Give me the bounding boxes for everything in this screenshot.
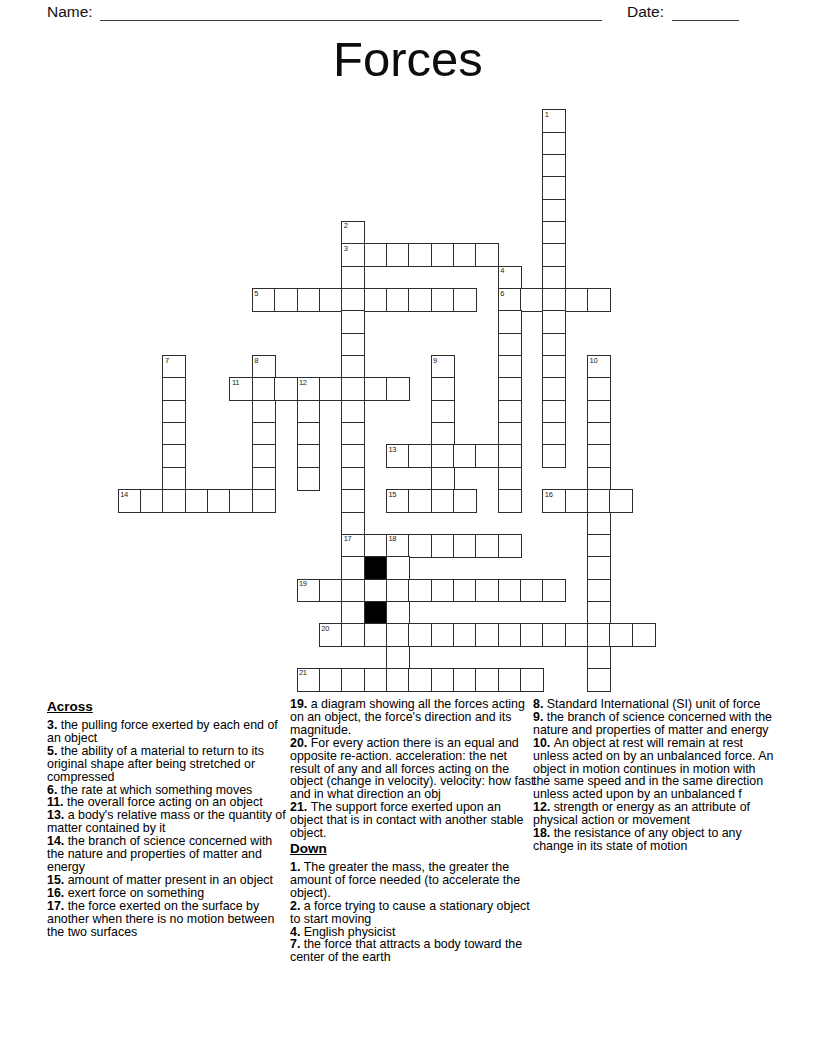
grid-cell[interactable] (498, 333, 522, 357)
grid-cell[interactable] (341, 512, 365, 536)
grid-cell[interactable] (587, 601, 611, 625)
clue-number: 11 (232, 379, 239, 387)
clue-18-down: 18. the resistance of any object to any … (533, 827, 775, 853)
grid-cell[interactable] (587, 646, 611, 670)
grid-cell[interactable] (542, 266, 566, 290)
grid-cell[interactable] (408, 623, 432, 647)
grid-cell[interactable] (341, 333, 365, 357)
grid-cell[interactable] (542, 310, 566, 334)
grid-cell[interactable] (587, 668, 611, 692)
grid-cell[interactable] (453, 623, 477, 647)
grid-cell[interactable]: 18 (386, 534, 410, 558)
clue-number: 9 (433, 357, 437, 365)
grid-cell[interactable] (498, 534, 522, 558)
clue-number: 10 (590, 357, 598, 365)
clue-column: 19. a diagram showing all the forces act… (290, 698, 536, 964)
clue-number: 2 (344, 222, 348, 230)
grid-cell[interactable] (319, 668, 343, 692)
grid-cell[interactable] (364, 377, 388, 401)
grid-cell[interactable] (475, 623, 499, 647)
grid-cell[interactable] (207, 489, 231, 513)
grid-cell[interactable] (431, 288, 455, 312)
grid-cell[interactable] (274, 288, 298, 312)
clue-number: 21 (299, 669, 307, 677)
black-cell (364, 556, 388, 580)
clue-12-down: 12. strength or energy as an attribute o… (533, 801, 775, 827)
clue-number-label: 21. (290, 800, 311, 814)
grid-cell[interactable] (341, 579, 365, 603)
clue-number-label: 13. (47, 808, 68, 822)
grid-cell[interactable] (341, 467, 365, 491)
grid-cell[interactable] (498, 623, 522, 647)
grid-cell[interactable] (587, 422, 611, 446)
grid-cell[interactable] (542, 199, 566, 223)
grid-cell[interactable] (252, 444, 276, 468)
grid-cell[interactable] (386, 579, 410, 603)
grid-cell[interactable] (431, 400, 455, 424)
grid-cell[interactable] (520, 668, 544, 692)
grid-cell[interactable] (431, 467, 455, 491)
grid-cell[interactable] (252, 400, 276, 424)
grid-cell[interactable] (587, 377, 611, 401)
grid-cell[interactable] (341, 444, 365, 468)
grid-cell[interactable] (297, 400, 321, 424)
grid-cell[interactable] (319, 377, 343, 401)
down-header: Down (290, 841, 536, 856)
grid-cell[interactable] (297, 288, 321, 312)
clue-number: 13 (388, 446, 396, 454)
grid-cell[interactable] (587, 400, 611, 424)
clue-number-label: 19. (290, 697, 311, 711)
grid-cell[interactable] (386, 668, 410, 692)
grid-cell[interactable] (542, 400, 566, 424)
grid-cell[interactable] (386, 243, 410, 267)
grid-cell[interactable] (364, 534, 388, 558)
grid-cell[interactable] (341, 288, 365, 312)
grid-cell[interactable] (162, 400, 186, 424)
clue-2-down: 2. a force trying to cause a stationary … (290, 900, 536, 926)
clues-section: Across3. the pulling force exerted by ea… (0, 698, 816, 1038)
grid-cell[interactable]: 3 (341, 243, 365, 267)
grid-cell[interactable] (431, 668, 455, 692)
grid-cell[interactable] (498, 489, 522, 513)
grid-cell[interactable] (475, 668, 499, 692)
grid-cell[interactable] (520, 579, 544, 603)
clue-number: 5 (254, 290, 258, 298)
grid-cell[interactable] (162, 489, 186, 513)
grid-cell[interactable] (587, 623, 611, 647)
grid-cell[interactable]: 16 (542, 489, 566, 513)
grid-cell[interactable] (453, 444, 477, 468)
grid-cell[interactable] (587, 556, 611, 580)
clue-number: 8 (254, 357, 258, 365)
grid-cell[interactable] (587, 288, 611, 312)
across-header: Across (47, 699, 287, 714)
grid-cell[interactable]: 14 (118, 489, 142, 513)
clue-number: 15 (388, 491, 396, 499)
clue-number-label: 20. (290, 736, 311, 750)
clue-number-label: 17. (47, 899, 68, 913)
grid-cell[interactable] (341, 377, 365, 401)
black-cell (364, 601, 388, 625)
grid-cell[interactable] (453, 288, 477, 312)
clue-number-label: 12. (533, 800, 554, 814)
grid-cell[interactable]: 5 (252, 288, 276, 312)
grid-cell[interactable] (386, 377, 410, 401)
clue-17-across: 17. the force exerted on the surface by … (47, 900, 287, 939)
grid-cell[interactable] (498, 444, 522, 468)
grid-cell[interactable] (341, 400, 365, 424)
grid-cell[interactable] (453, 534, 477, 558)
grid-cell[interactable] (386, 623, 410, 647)
grid-cell[interactable]: 10 (587, 355, 611, 379)
grid-cell[interactable] (408, 534, 432, 558)
grid-cell[interactable] (408, 243, 432, 267)
grid-cell[interactable]: 12 (297, 377, 321, 401)
clue-number-label: 11. (47, 795, 67, 809)
clue-19-across: 19. a diagram showing all the forces act… (290, 698, 536, 737)
grid-cell[interactable] (162, 422, 186, 446)
grid-cell[interactable]: 15 (386, 489, 410, 513)
clue-number-label: 5. (47, 744, 61, 758)
grid-cell[interactable]: 20 (319, 623, 343, 647)
clue-15-across: 15. amount of matter present in an objec… (47, 874, 287, 887)
clue-number-label: 8. (533, 697, 547, 711)
clue-number: 16 (545, 491, 553, 499)
clue-number-label: 2. (290, 899, 304, 913)
grid-cell[interactable] (319, 579, 343, 603)
grid-cell[interactable] (341, 556, 365, 580)
grid-cell[interactable] (542, 243, 566, 267)
grid-cell[interactable] (542, 579, 566, 603)
grid-cell[interactable] (453, 668, 477, 692)
grid-cell[interactable] (341, 266, 365, 290)
worksheet-page: Name: Date: Forces 123456789101112131415… (0, 0, 816, 1056)
grid-cell[interactable] (453, 243, 477, 267)
grid-cell[interactable] (565, 623, 589, 647)
clue-number: 7 (165, 357, 169, 365)
clue-number-label: 15. (47, 873, 68, 887)
clue-5-across: 5. the ability of a material to return t… (47, 745, 287, 784)
clue-9-down: 9. the branch of science concerned with … (533, 711, 775, 737)
clue-number: 17 (344, 535, 352, 543)
grid-cell[interactable] (297, 444, 321, 468)
grid-cell[interactable]: 17 (341, 534, 365, 558)
grid-cell[interactable] (364, 579, 388, 603)
grid-cell[interactable] (431, 579, 455, 603)
grid-cell[interactable] (475, 579, 499, 603)
grid-cell[interactable] (185, 489, 209, 513)
grid-cell[interactable] (364, 288, 388, 312)
grid-cell[interactable] (542, 623, 566, 647)
grid-cell[interactable] (408, 444, 432, 468)
grid-cell[interactable] (386, 288, 410, 312)
grid-cell[interactable] (386, 646, 410, 670)
grid-cell[interactable] (520, 623, 544, 647)
grid-cell[interactable] (341, 422, 365, 446)
grid-cell[interactable] (341, 668, 365, 692)
clue-number-label: 9. (533, 710, 547, 724)
grid-cell[interactable] (565, 288, 589, 312)
clue-number-label: 14. (47, 834, 68, 848)
grid-cell[interactable]: 19 (297, 579, 321, 603)
grid-cell[interactable] (587, 534, 611, 558)
clue-column: 8. Standard International (SI) unit of f… (533, 698, 775, 853)
grid-cell[interactable] (408, 288, 432, 312)
grid-cell[interactable] (252, 489, 276, 513)
grid-cell[interactable] (520, 288, 544, 312)
grid-cell[interactable] (498, 579, 522, 603)
grid-cell[interactable] (542, 221, 566, 245)
grid-cell[interactable]: 9 (431, 355, 455, 379)
grid-cell[interactable] (252, 422, 276, 446)
clue-8-down: 8. Standard International (SI) unit of f… (533, 698, 775, 711)
grid-cell[interactable] (341, 489, 365, 513)
grid-cell[interactable] (542, 377, 566, 401)
clue-number: 20 (321, 625, 329, 633)
grid-cell[interactable] (229, 489, 253, 513)
grid-cell[interactable] (297, 422, 321, 446)
grid-cell[interactable] (431, 489, 455, 513)
grid-cell[interactable] (609, 623, 633, 647)
grid-cell[interactable] (498, 422, 522, 446)
grid-cell[interactable]: 8 (252, 355, 276, 379)
grid-cell[interactable] (587, 489, 611, 513)
grid-cell[interactable]: 7 (162, 355, 186, 379)
clue-number: 4 (500, 267, 504, 275)
grid-cell[interactable] (162, 467, 186, 491)
grid-cell[interactable] (498, 310, 522, 334)
grid-cell[interactable] (431, 623, 455, 647)
grid-cell[interactable] (431, 444, 455, 468)
grid-cell[interactable]: 21 (297, 668, 321, 692)
grid-cell[interactable] (431, 377, 455, 401)
clue-number: 14 (120, 491, 128, 499)
grid-cell[interactable]: 11 (229, 377, 253, 401)
grid-cell[interactable] (542, 422, 566, 446)
grid-cell[interactable] (431, 243, 455, 267)
grid-cell[interactable] (252, 377, 276, 401)
grid-cell[interactable] (341, 310, 365, 334)
grid-cell[interactable] (364, 668, 388, 692)
grid-cell[interactable] (453, 489, 477, 513)
grid-cell[interactable]: 13 (386, 444, 410, 468)
grid-cell[interactable] (364, 623, 388, 647)
clue-10-down: 10. An object at rest will remain at res… (533, 737, 775, 802)
grid-cell[interactable] (408, 489, 432, 513)
grid-cell[interactable]: 2 (341, 221, 365, 245)
grid-cell[interactable] (297, 467, 321, 491)
grid-cell[interactable] (498, 377, 522, 401)
grid-cell[interactable] (386, 556, 410, 580)
grid-cell[interactable] (274, 377, 298, 401)
grid-cell[interactable] (431, 534, 455, 558)
grid-cell[interactable] (542, 176, 566, 200)
grid-cell[interactable] (364, 243, 388, 267)
grid-cell[interactable] (341, 601, 365, 625)
grid-cell[interactable] (587, 467, 611, 491)
grid-cell[interactable] (542, 355, 566, 379)
grid-cell[interactable] (498, 467, 522, 491)
grid-cell[interactable] (565, 489, 589, 513)
grid-cell[interactable]: 4 (498, 266, 522, 290)
grid-cell[interactable] (498, 400, 522, 424)
grid-cell[interactable] (341, 355, 365, 379)
clue-13-across: 13. a body's relative mass or the quanti… (47, 809, 287, 835)
clue-21-across: 21. The support force exerted upon an ob… (290, 801, 536, 840)
grid-cell[interactable] (475, 243, 499, 267)
grid-cell[interactable] (475, 444, 499, 468)
clue-number-label: 4. (290, 925, 304, 939)
grid-cell[interactable] (587, 579, 611, 603)
grid-cell[interactable] (408, 579, 432, 603)
grid-cell[interactable]: 6 (498, 288, 522, 312)
grid-cell[interactable] (453, 579, 477, 603)
grid-cell[interactable] (341, 623, 365, 647)
grid-cell[interactable] (408, 668, 432, 692)
clue-number: 19 (299, 580, 307, 588)
clue-number-label: 18. (533, 826, 554, 840)
grid-cell[interactable] (498, 355, 522, 379)
grid-cell[interactable] (252, 467, 276, 491)
clue-number: 1 (545, 111, 549, 119)
clue-number-label: 10. (533, 736, 554, 750)
clue-1-down: 1. The greater the mass, the greater the… (290, 861, 536, 900)
clue-number-label: 16. (47, 886, 68, 900)
grid-cell[interactable] (609, 489, 633, 513)
clue-number: 3 (344, 245, 348, 253)
grid-cell[interactable] (319, 288, 343, 312)
grid-cell[interactable] (498, 668, 522, 692)
clue-7-down: 7. the force that attracts a body toward… (290, 938, 536, 964)
grid-cell[interactable] (632, 623, 656, 647)
grid-cell[interactable] (542, 154, 566, 178)
clue-number-label: 3. (47, 718, 61, 732)
grid-cell[interactable] (431, 422, 455, 446)
grid-cell[interactable] (542, 288, 566, 312)
crossword-grid: 123456789101112131415161718192021 (0, 0, 816, 700)
grid-cell[interactable] (475, 534, 499, 558)
grid-cell[interactable] (542, 132, 566, 156)
clue-16-across: 16. exert force on something (47, 887, 287, 900)
grid-cell[interactable] (140, 489, 164, 513)
clue-20-across: 20. For every action there is an equal a… (290, 737, 536, 802)
clue-number-label: 7. (290, 937, 304, 951)
grid-cell[interactable] (162, 444, 186, 468)
clue-number: 6 (500, 290, 504, 298)
grid-cell[interactable] (587, 444, 611, 468)
clue-number: 18 (388, 535, 396, 543)
grid-cell[interactable] (587, 512, 611, 536)
clue-number-label: 1. (290, 860, 304, 874)
clue-14-across: 14. the branch of science concerned with… (47, 835, 287, 874)
grid-cell[interactable]: 1 (542, 109, 566, 133)
grid-cell[interactable] (162, 377, 186, 401)
clue-number: 12 (299, 379, 307, 387)
grid-cell[interactable] (542, 444, 566, 468)
clue-number-label: 6. (47, 783, 61, 797)
grid-cell[interactable] (386, 601, 410, 625)
grid-cell[interactable] (542, 333, 566, 357)
clue-column: Across3. the pulling force exerted by ea… (47, 698, 287, 938)
clue-3-across: 3. the pulling force exerted by each end… (47, 719, 287, 745)
